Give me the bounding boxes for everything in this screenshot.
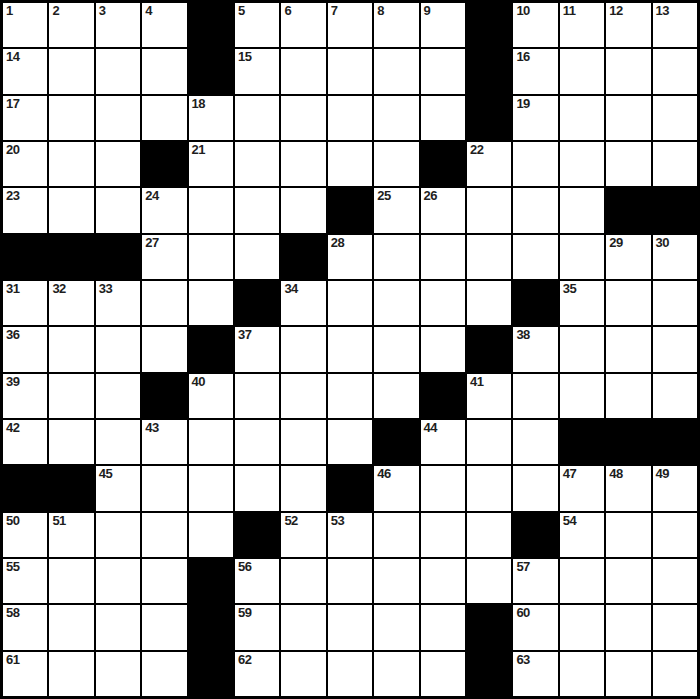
clue-number-22: 22 xyxy=(470,143,483,157)
clue-number-19: 19 xyxy=(516,97,529,111)
cell-r8c2[interactable] xyxy=(49,327,93,371)
cell-r3c10[interactable] xyxy=(421,96,465,140)
cell-r5c9[interactable]: 25 xyxy=(374,188,418,232)
cell-r12c9[interactable] xyxy=(374,513,418,557)
clue-number-37: 37 xyxy=(238,328,251,342)
cell-r6c9[interactable] xyxy=(374,235,418,279)
black-cell-r6c2 xyxy=(49,235,93,279)
cell-r10c11[interactable] xyxy=(467,420,511,464)
clue-number-20: 20 xyxy=(6,143,19,157)
cell-r6c4[interactable]: 27 xyxy=(142,235,186,279)
cell-r4c6[interactable] xyxy=(235,142,279,186)
cell-r8c9[interactable] xyxy=(374,327,418,371)
clue-number-38: 38 xyxy=(516,328,529,342)
black-cell-r1c5 xyxy=(189,3,233,47)
cell-r6c10[interactable] xyxy=(421,235,465,279)
clue-number-51: 51 xyxy=(52,514,65,528)
clue-number-50: 50 xyxy=(6,514,19,528)
cell-r2c4[interactable] xyxy=(142,49,186,93)
clue-number-21: 21 xyxy=(192,143,205,157)
clue-number-24: 24 xyxy=(145,189,158,203)
cell-r13c10[interactable] xyxy=(421,559,465,603)
cell-r13c13[interactable] xyxy=(560,559,604,603)
cell-r7c1[interactable]: 31 xyxy=(3,281,47,325)
black-cell-r11c8 xyxy=(328,466,372,510)
clue-number-18: 18 xyxy=(192,97,205,111)
cell-r3c1[interactable]: 17 xyxy=(3,96,47,140)
cell-r13c7[interactable] xyxy=(281,559,325,603)
cell-r3c15[interactable] xyxy=(653,96,697,140)
cell-r2c6[interactable]: 15 xyxy=(235,49,279,93)
cell-r13c4[interactable] xyxy=(142,559,186,603)
cell-r4c1[interactable]: 20 xyxy=(3,142,47,186)
cell-r6c14[interactable]: 29 xyxy=(606,235,650,279)
cell-r6c8[interactable]: 28 xyxy=(328,235,372,279)
cell-r13c2[interactable] xyxy=(49,559,93,603)
cell-r6c12[interactable] xyxy=(513,235,557,279)
clue-number-42: 42 xyxy=(6,421,19,435)
clue-number-46: 46 xyxy=(377,467,390,481)
cell-r9c3[interactable] xyxy=(96,374,140,418)
cell-r11c4[interactable] xyxy=(142,466,186,510)
cell-r2c12[interactable]: 16 xyxy=(513,49,557,93)
black-cell-r10c9 xyxy=(374,420,418,464)
crossword-grid: 1234567891011121314151617181920212223242… xyxy=(0,0,700,699)
clue-number-2: 2 xyxy=(52,4,59,18)
cell-r4c13[interactable] xyxy=(560,142,604,186)
cell-r12c5[interactable] xyxy=(189,513,233,557)
cell-r2c8[interactable] xyxy=(328,49,372,93)
cell-r13c11[interactable] xyxy=(467,559,511,603)
cell-r15c4[interactable] xyxy=(142,652,186,696)
cell-r13c1[interactable]: 55 xyxy=(3,559,47,603)
clue-number-31: 31 xyxy=(6,282,19,296)
cell-r13c12[interactable]: 57 xyxy=(513,559,557,603)
cell-r10c5[interactable] xyxy=(189,420,233,464)
cell-r14c2[interactable] xyxy=(49,605,93,649)
clue-number-33: 33 xyxy=(99,282,112,296)
black-cell-r8c5 xyxy=(189,327,233,371)
cell-r2c7[interactable] xyxy=(281,49,325,93)
clue-number-34: 34 xyxy=(284,282,297,296)
cell-r10c4[interactable]: 43 xyxy=(142,420,186,464)
black-cell-r8c11 xyxy=(467,327,511,371)
black-cell-r3c11 xyxy=(467,96,511,140)
black-cell-r4c4 xyxy=(142,142,186,186)
cell-r4c3[interactable] xyxy=(96,142,140,186)
cell-r12c15[interactable] xyxy=(653,513,697,557)
cell-r1c7[interactable]: 6 xyxy=(281,3,325,47)
cell-r6c6[interactable] xyxy=(235,235,279,279)
black-cell-r12c6 xyxy=(235,513,279,557)
cell-r3c7[interactable] xyxy=(281,96,325,140)
clue-number-7: 7 xyxy=(331,4,338,18)
cell-r3c6[interactable] xyxy=(235,96,279,140)
black-cell-r7c6 xyxy=(235,281,279,325)
clue-number-30: 30 xyxy=(656,236,669,250)
clue-number-6: 6 xyxy=(284,4,291,18)
black-cell-r10c13 xyxy=(560,420,604,464)
cell-r13c14[interactable] xyxy=(606,559,650,603)
cell-r4c7[interactable] xyxy=(281,142,325,186)
black-cell-r4c10 xyxy=(421,142,465,186)
cell-r13c15[interactable] xyxy=(653,559,697,603)
cell-r15c2[interactable] xyxy=(49,652,93,696)
cell-r15c15[interactable] xyxy=(653,652,697,696)
cell-r10c3[interactable] xyxy=(96,420,140,464)
cell-r15c14[interactable] xyxy=(606,652,650,696)
cell-r10c8[interactable] xyxy=(328,420,372,464)
cell-r4c5[interactable]: 21 xyxy=(189,142,233,186)
cell-r7c9[interactable] xyxy=(374,281,418,325)
black-cell-r9c10 xyxy=(421,374,465,418)
clue-number-54: 54 xyxy=(563,514,576,528)
cell-r1c10[interactable]: 9 xyxy=(421,3,465,47)
cell-r2c1[interactable]: 14 xyxy=(3,49,47,93)
clue-number-17: 17 xyxy=(6,97,19,111)
black-cell-r6c7 xyxy=(281,235,325,279)
clue-number-10: 10 xyxy=(516,4,529,18)
clue-number-41: 41 xyxy=(470,375,483,389)
black-cell-r15c5 xyxy=(189,652,233,696)
clue-number-53: 53 xyxy=(331,514,344,528)
cell-r12c10[interactable] xyxy=(421,513,465,557)
cell-r14c14[interactable] xyxy=(606,605,650,649)
clue-number-1: 1 xyxy=(6,4,13,18)
clue-number-8: 8 xyxy=(377,4,384,18)
cell-r14c10[interactable] xyxy=(421,605,465,649)
cell-r11c9[interactable]: 46 xyxy=(374,466,418,510)
clue-number-47: 47 xyxy=(563,467,576,481)
cell-r9c15[interactable] xyxy=(653,374,697,418)
cell-r13c9[interactable] xyxy=(374,559,418,603)
cell-r14c12[interactable]: 60 xyxy=(513,605,557,649)
cell-r9c12[interactable] xyxy=(513,374,557,418)
clue-number-26: 26 xyxy=(424,189,437,203)
black-cell-r13c5 xyxy=(189,559,233,603)
cell-r5c2[interactable] xyxy=(49,188,93,232)
cell-r3c13[interactable] xyxy=(560,96,604,140)
cell-r9c2[interactable] xyxy=(49,374,93,418)
cell-r5c4[interactable]: 24 xyxy=(142,188,186,232)
cell-r12c8[interactable]: 53 xyxy=(328,513,372,557)
cell-r12c14[interactable] xyxy=(606,513,650,557)
cell-r15c10[interactable] xyxy=(421,652,465,696)
black-cell-r14c5 xyxy=(189,605,233,649)
cell-r1c3[interactable]: 3 xyxy=(96,3,140,47)
cell-r5c3[interactable] xyxy=(96,188,140,232)
black-cell-r1c11 xyxy=(467,3,511,47)
cell-r8c7[interactable] xyxy=(281,327,325,371)
cell-r14c15[interactable] xyxy=(653,605,697,649)
cell-r14c1[interactable]: 58 xyxy=(3,605,47,649)
cell-r12c4[interactable] xyxy=(142,513,186,557)
cell-r3c12[interactable]: 19 xyxy=(513,96,557,140)
cell-r4c14[interactable] xyxy=(606,142,650,186)
clue-number-12: 12 xyxy=(609,4,622,18)
cell-r14c6[interactable]: 59 xyxy=(235,605,279,649)
cell-r7c11[interactable] xyxy=(467,281,511,325)
clue-number-4: 4 xyxy=(145,4,152,18)
cell-r3c8[interactable] xyxy=(328,96,372,140)
cell-r8c3[interactable] xyxy=(96,327,140,371)
cell-r10c1[interactable]: 42 xyxy=(3,420,47,464)
cell-r1c13[interactable]: 11 xyxy=(560,3,604,47)
cell-r3c5[interactable]: 18 xyxy=(189,96,233,140)
clue-number-45: 45 xyxy=(99,467,112,481)
cell-r9c1[interactable]: 39 xyxy=(3,374,47,418)
cell-r2c13[interactable] xyxy=(560,49,604,93)
cell-r3c4[interactable] xyxy=(142,96,186,140)
cell-r5c5[interactable] xyxy=(189,188,233,232)
cell-r7c4[interactable] xyxy=(142,281,186,325)
clue-number-44: 44 xyxy=(424,421,437,435)
clue-number-49: 49 xyxy=(656,467,669,481)
cell-r13c8[interactable] xyxy=(328,559,372,603)
cell-r9c5[interactable]: 40 xyxy=(189,374,233,418)
black-cell-r9c4 xyxy=(142,374,186,418)
cell-r7c10[interactable] xyxy=(421,281,465,325)
cell-r8c6[interactable]: 37 xyxy=(235,327,279,371)
cell-r15c3[interactable] xyxy=(96,652,140,696)
cell-r6c11[interactable] xyxy=(467,235,511,279)
cell-r5c10[interactable]: 26 xyxy=(421,188,465,232)
cell-r4c15[interactable] xyxy=(653,142,697,186)
cell-r2c14[interactable] xyxy=(606,49,650,93)
cell-r9c8[interactable] xyxy=(328,374,372,418)
clue-number-60: 60 xyxy=(516,606,529,620)
black-cell-r5c15 xyxy=(653,188,697,232)
cell-r1c6[interactable]: 5 xyxy=(235,3,279,47)
cell-r12c1[interactable]: 50 xyxy=(3,513,47,557)
clue-number-48: 48 xyxy=(609,467,622,481)
cell-r1c1[interactable]: 1 xyxy=(3,3,47,47)
cell-r7c15[interactable] xyxy=(653,281,697,325)
clue-number-15: 15 xyxy=(238,50,251,64)
cell-r12c11[interactable] xyxy=(467,513,511,557)
cell-r15c13[interactable] xyxy=(560,652,604,696)
cell-r1c14[interactable]: 12 xyxy=(606,3,650,47)
clue-number-43: 43 xyxy=(145,421,158,435)
cell-r7c8[interactable] xyxy=(328,281,372,325)
cell-r10c12[interactable] xyxy=(513,420,557,464)
cell-r1c4[interactable]: 4 xyxy=(142,3,186,47)
clue-number-9: 9 xyxy=(424,4,431,18)
cell-r11c6[interactable] xyxy=(235,466,279,510)
cell-r14c4[interactable] xyxy=(142,605,186,649)
cell-r11c12[interactable] xyxy=(513,466,557,510)
clue-number-27: 27 xyxy=(145,236,158,250)
clue-number-35: 35 xyxy=(563,282,576,296)
clue-number-29: 29 xyxy=(609,236,622,250)
cell-r13c6[interactable]: 56 xyxy=(235,559,279,603)
cell-r2c15[interactable] xyxy=(653,49,697,93)
cell-r15c8[interactable] xyxy=(328,652,372,696)
cell-r7c13[interactable]: 35 xyxy=(560,281,604,325)
cell-r11c5[interactable] xyxy=(189,466,233,510)
clue-number-40: 40 xyxy=(192,375,205,389)
cell-r2c3[interactable] xyxy=(96,49,140,93)
cell-r15c12[interactable]: 63 xyxy=(513,652,557,696)
cell-r8c4[interactable] xyxy=(142,327,186,371)
cell-r4c2[interactable] xyxy=(49,142,93,186)
clue-number-11: 11 xyxy=(563,4,576,18)
cell-r4c11[interactable]: 22 xyxy=(467,142,511,186)
black-cell-r2c5 xyxy=(189,49,233,93)
cell-r11c13[interactable]: 47 xyxy=(560,466,604,510)
cell-r7c2[interactable]: 32 xyxy=(49,281,93,325)
cell-r14c3[interactable] xyxy=(96,605,140,649)
black-cell-r15c11 xyxy=(467,652,511,696)
clue-number-23: 23 xyxy=(6,189,19,203)
cell-r3c14[interactable] xyxy=(606,96,650,140)
cell-r11c15[interactable]: 49 xyxy=(653,466,697,510)
cell-r10c6[interactable] xyxy=(235,420,279,464)
clue-number-61: 61 xyxy=(6,653,19,667)
clue-number-5: 5 xyxy=(238,4,245,18)
cell-r2c9[interactable] xyxy=(374,49,418,93)
clue-number-62: 62 xyxy=(238,653,251,667)
clue-number-39: 39 xyxy=(6,375,19,389)
cell-r1c12[interactable]: 10 xyxy=(513,3,557,47)
cell-r8c10[interactable] xyxy=(421,327,465,371)
cell-r11c10[interactable] xyxy=(421,466,465,510)
cell-r5c6[interactable] xyxy=(235,188,279,232)
cell-r3c3[interactable] xyxy=(96,96,140,140)
cell-r1c15[interactable]: 13 xyxy=(653,3,697,47)
cell-r5c12[interactable] xyxy=(513,188,557,232)
cell-r9c9[interactable] xyxy=(374,374,418,418)
cell-r13c3[interactable] xyxy=(96,559,140,603)
clue-number-16: 16 xyxy=(516,50,529,64)
cell-r4c9[interactable] xyxy=(374,142,418,186)
black-cell-r5c14 xyxy=(606,188,650,232)
cell-r7c5[interactable] xyxy=(189,281,233,325)
clue-number-63: 63 xyxy=(516,653,529,667)
clue-number-36: 36 xyxy=(6,328,19,342)
cell-r15c6[interactable]: 62 xyxy=(235,652,279,696)
cell-r8c13[interactable] xyxy=(560,327,604,371)
clue-number-57: 57 xyxy=(516,560,529,574)
cell-r7c3[interactable]: 33 xyxy=(96,281,140,325)
cell-r5c1[interactable]: 23 xyxy=(3,188,47,232)
cell-r11c11[interactable] xyxy=(467,466,511,510)
black-cell-r10c14 xyxy=(606,420,650,464)
cell-r11c14[interactable]: 48 xyxy=(606,466,650,510)
clue-number-59: 59 xyxy=(238,606,251,620)
cell-r12c13[interactable]: 54 xyxy=(560,513,604,557)
cell-r3c9[interactable] xyxy=(374,96,418,140)
black-cell-r14c11 xyxy=(467,605,511,649)
cell-r15c9[interactable] xyxy=(374,652,418,696)
cell-r9c11[interactable]: 41 xyxy=(467,374,511,418)
black-cell-r11c2 xyxy=(49,466,93,510)
clue-number-28: 28 xyxy=(331,236,344,250)
clue-number-14: 14 xyxy=(6,50,19,64)
cell-r11c7[interactable] xyxy=(281,466,325,510)
black-cell-r11c1 xyxy=(3,466,47,510)
cell-r5c13[interactable] xyxy=(560,188,604,232)
cell-r9c7[interactable] xyxy=(281,374,325,418)
black-cell-r5c8 xyxy=(328,188,372,232)
black-cell-r6c3 xyxy=(96,235,140,279)
cell-r7c7[interactable]: 34 xyxy=(281,281,325,325)
black-cell-r2c11 xyxy=(467,49,511,93)
cell-r3c2[interactable] xyxy=(49,96,93,140)
cell-r5c11[interactable] xyxy=(467,188,511,232)
cell-r1c9[interactable]: 8 xyxy=(374,3,418,47)
cell-r2c2[interactable] xyxy=(49,49,93,93)
cell-r6c15[interactable]: 30 xyxy=(653,235,697,279)
cell-r14c9[interactable] xyxy=(374,605,418,649)
clue-number-56: 56 xyxy=(238,560,251,574)
cell-r2c10[interactable] xyxy=(421,49,465,93)
cell-r14c13[interactable] xyxy=(560,605,604,649)
crossword-board: 1234567891011121314151617181920212223242… xyxy=(0,0,700,699)
cell-r14c7[interactable] xyxy=(281,605,325,649)
cell-r8c15[interactable] xyxy=(653,327,697,371)
cell-r5c7[interactable] xyxy=(281,188,325,232)
cell-r12c7[interactable]: 52 xyxy=(281,513,325,557)
black-cell-r12c12 xyxy=(513,513,557,557)
clue-number-25: 25 xyxy=(377,189,390,203)
cell-r10c10[interactable]: 44 xyxy=(421,420,465,464)
black-cell-r7c12 xyxy=(513,281,557,325)
clue-number-58: 58 xyxy=(6,606,19,620)
cell-r15c7[interactable] xyxy=(281,652,325,696)
cell-r12c2[interactable]: 51 xyxy=(49,513,93,557)
black-cell-r10c15 xyxy=(653,420,697,464)
black-cell-r6c1 xyxy=(3,235,47,279)
cell-r9c14[interactable] xyxy=(606,374,650,418)
cell-r15c1[interactable]: 61 xyxy=(3,652,47,696)
cell-r10c2[interactable] xyxy=(49,420,93,464)
clue-number-3: 3 xyxy=(99,4,106,18)
cell-r9c6[interactable] xyxy=(235,374,279,418)
cell-r6c5[interactable] xyxy=(189,235,233,279)
cell-r9c13[interactable] xyxy=(560,374,604,418)
cell-r6c13[interactable] xyxy=(560,235,604,279)
cell-r4c12[interactable] xyxy=(513,142,557,186)
cell-r8c14[interactable] xyxy=(606,327,650,371)
cell-r8c8[interactable] xyxy=(328,327,372,371)
clue-number-13: 13 xyxy=(656,4,669,18)
clue-number-55: 55 xyxy=(6,560,19,574)
clue-number-32: 32 xyxy=(52,282,65,296)
cell-r11c3[interactable]: 45 xyxy=(96,466,140,510)
cell-r8c12[interactable]: 38 xyxy=(513,327,557,371)
cell-r1c2[interactable]: 2 xyxy=(49,3,93,47)
cell-r10c7[interactable] xyxy=(281,420,325,464)
cell-r8c1[interactable]: 36 xyxy=(3,327,47,371)
cell-r7c14[interactable] xyxy=(606,281,650,325)
cell-r14c8[interactable] xyxy=(328,605,372,649)
cell-r4c8[interactable] xyxy=(328,142,372,186)
cell-r1c8[interactable]: 7 xyxy=(328,3,372,47)
clue-number-52: 52 xyxy=(284,514,297,528)
cell-r12c3[interactable] xyxy=(96,513,140,557)
